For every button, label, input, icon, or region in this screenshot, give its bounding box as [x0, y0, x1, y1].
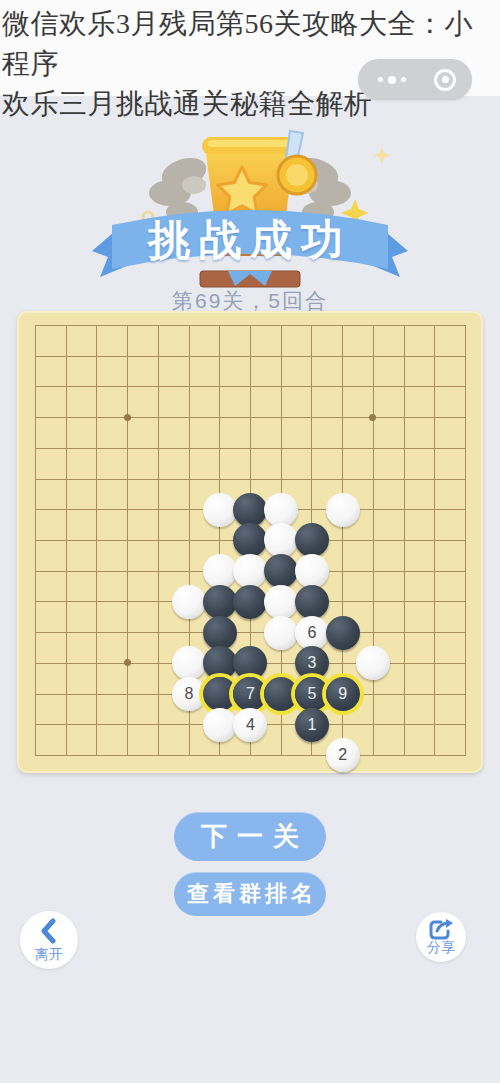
page: 微信欢乐3月残局第56关攻略大全：小程序 欢乐三月挑战通关秘籍全解析: [0, 0, 500, 1083]
stone-white: [295, 554, 329, 588]
star-point: [124, 659, 131, 666]
stone-white: [203, 554, 237, 588]
share-label: 分享: [416, 939, 466, 957]
stone-black: [264, 677, 298, 711]
stone-black-move-9: 9: [326, 677, 360, 711]
star-point: [124, 414, 131, 421]
stone-white: [172, 646, 206, 680]
stone-white-move-6: 6: [295, 616, 329, 650]
gomoku-board: 638759412: [17, 311, 483, 773]
stone-white: [233, 554, 267, 588]
next-level-button[interactable]: 下一关: [174, 812, 326, 861]
star-point: [369, 414, 376, 421]
close-circle-icon[interactable]: [434, 69, 456, 91]
stone-black: [233, 493, 267, 527]
stone-white: [264, 616, 298, 650]
stone-white-move-8: 8: [172, 677, 206, 711]
stone-black: [203, 646, 237, 680]
stone-black: [326, 616, 360, 650]
stone-white: [172, 585, 206, 619]
stone-white: [356, 646, 390, 680]
challenge-success-hero: 挑战成功 第69关，5回合: [0, 105, 500, 315]
stone-black-move-7: 7: [233, 677, 267, 711]
leave-button[interactable]: 离开: [20, 911, 78, 969]
stone-white-move-4: 4: [233, 708, 267, 742]
stone-black-move-1: 1: [295, 708, 329, 742]
stone-white-move-2: 2: [326, 738, 360, 772]
stone-white: [264, 493, 298, 527]
more-options-icon[interactable]: [378, 76, 406, 84]
leave-label: 离开: [20, 946, 78, 964]
sparkle-small-icon: [374, 147, 391, 164]
stone-white: [203, 708, 237, 742]
stone-black: [295, 585, 329, 619]
stone-black: [295, 523, 329, 557]
challenge-success-banner: 挑战成功: [0, 217, 500, 263]
stone-white: [203, 493, 237, 527]
back-chevron-icon: [37, 918, 61, 944]
stone-black: [203, 616, 237, 650]
stone-black-move-3: 3: [295, 646, 329, 680]
share-button[interactable]: 分享: [416, 912, 466, 962]
view-group-ranking-button[interactable]: 查看群排名: [174, 872, 326, 916]
stone-black: [233, 523, 267, 557]
stone-black-move-5: 5: [295, 677, 329, 711]
stone-black: [233, 585, 267, 619]
stone-black: [233, 646, 267, 680]
stone-white: [264, 523, 298, 557]
stone-black: [264, 554, 298, 588]
miniprogram-capsule: [358, 59, 472, 100]
stone-black: [203, 585, 237, 619]
stone-black: [203, 677, 237, 711]
stone-white: [264, 585, 298, 619]
board-grid: 638759412: [35, 325, 466, 756]
stone-white: [326, 493, 360, 527]
